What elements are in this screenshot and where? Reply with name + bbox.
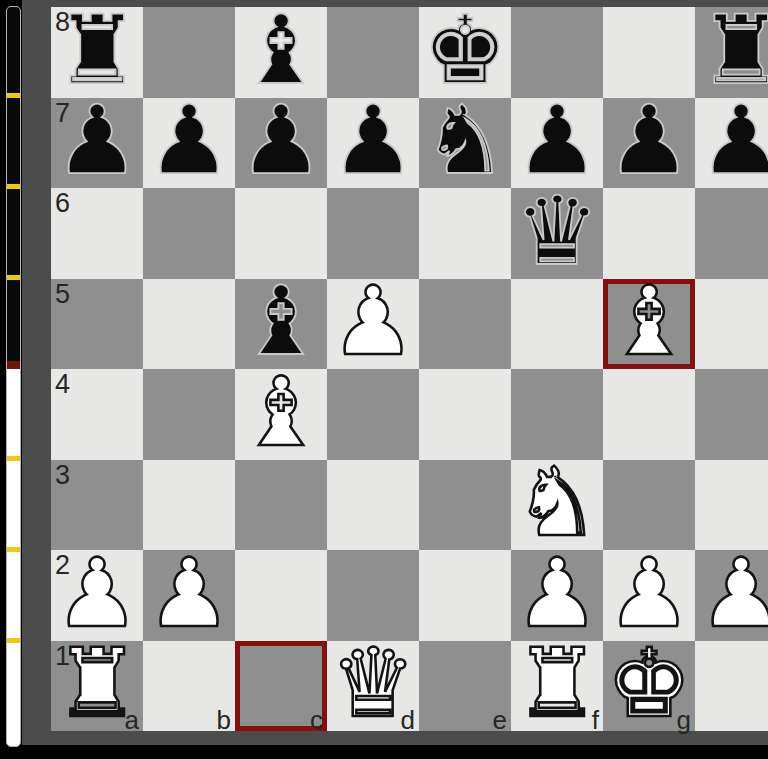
square-a1[interactable]: 1a♜ [51,641,143,732]
piece-white-pawn[interactable]: ♟ [511,550,603,641]
square-d6[interactable] [327,188,419,279]
square-h2[interactable]: ♟ [695,550,768,641]
piece-white-pawn[interactable]: ♟ [327,279,419,370]
rank-label-5: 5 [55,279,70,309]
piece-black-pawn[interactable]: ♟ [603,98,695,189]
piece-white-rook[interactable]: ♜ [511,641,603,732]
piece-black-pawn[interactable]: ♟ [143,98,235,189]
square-e5[interactable] [419,279,511,370]
square-e3[interactable] [419,460,511,551]
eval-tick [7,456,20,461]
square-a6[interactable]: 6 [51,188,143,279]
square-a4[interactable]: 4 [51,369,143,460]
eval-tick [7,638,20,643]
square-e7[interactable]: ♞ [419,98,511,189]
eval-tick [7,275,20,280]
square-e2[interactable] [419,550,511,641]
file-label-c: c [310,706,323,734]
piece-white-rook[interactable]: ♜ [51,641,143,732]
square-f5[interactable] [511,279,603,370]
square-f8[interactable] [511,7,603,98]
square-c2[interactable] [235,550,327,641]
piece-white-king[interactable]: ♚ [603,641,695,732]
piece-black-bishop[interactable]: ♝ [235,7,327,98]
square-g6[interactable] [603,188,695,279]
piece-white-pawn[interactable]: ♟ [603,550,695,641]
rank-label-4: 4 [55,369,70,399]
square-d3[interactable] [327,460,419,551]
evaluation-bar [6,6,21,747]
square-g1[interactable]: g♚ [603,641,695,732]
square-a5[interactable]: 5 [51,279,143,370]
piece-black-king[interactable]: ♚ [419,7,511,98]
square-h1[interactable]: h [695,641,768,732]
square-e1[interactable]: e [419,641,511,732]
piece-black-queen[interactable]: ♛ [511,188,603,279]
square-c7[interactable]: ♟ [235,98,327,189]
piece-black-knight[interactable]: ♞ [419,98,511,189]
square-h3[interactable] [695,460,768,551]
square-c4[interactable]: ♝ [235,369,327,460]
piece-white-bishop[interactable]: ♝ [235,369,327,460]
piece-black-rook[interactable]: ♜ [695,7,768,98]
square-c6[interactable] [235,188,327,279]
square-f1[interactable]: f♜ [511,641,603,732]
square-g4[interactable] [603,369,695,460]
square-a8[interactable]: 8♜ [51,7,143,98]
square-h7[interactable]: ♟ [695,98,768,189]
eval-tick [7,184,20,189]
square-b1[interactable]: b [143,641,235,732]
square-d2[interactable] [327,550,419,641]
square-h4[interactable] [695,369,768,460]
square-g7[interactable]: ♟ [603,98,695,189]
square-d1[interactable]: d♛ [327,641,419,732]
square-a3[interactable]: 3 [51,460,143,551]
square-e8[interactable]: ♚ [419,7,511,98]
square-f3[interactable]: ♞ [511,460,603,551]
piece-white-pawn[interactable]: ♟ [143,550,235,641]
piece-white-queen[interactable]: ♛ [327,641,419,732]
square-b6[interactable] [143,188,235,279]
eval-tick [7,93,20,98]
square-b4[interactable] [143,369,235,460]
piece-white-pawn[interactable]: ♟ [51,550,143,641]
square-h8[interactable]: ♜ [695,7,768,98]
square-f7[interactable]: ♟ [511,98,603,189]
rank-label-6: 6 [55,188,70,218]
piece-white-knight[interactable]: ♞ [511,460,603,551]
square-d8[interactable] [327,7,419,98]
square-c5[interactable]: ♝ [235,279,327,370]
square-d4[interactable] [327,369,419,460]
file-label-e: e [493,706,507,734]
piece-black-bishop[interactable]: ♝ [235,279,327,370]
square-b5[interactable] [143,279,235,370]
square-f6[interactable]: ♛ [511,188,603,279]
square-g2[interactable]: ♟ [603,550,695,641]
piece-black-rook[interactable]: ♜ [51,7,143,98]
piece-black-pawn[interactable]: ♟ [327,98,419,189]
square-g8[interactable] [603,7,695,98]
piece-black-pawn[interactable]: ♟ [51,98,143,189]
square-e6[interactable] [419,188,511,279]
square-c8[interactable]: ♝ [235,7,327,98]
square-f4[interactable] [511,369,603,460]
piece-white-pawn[interactable]: ♟ [695,550,768,641]
square-h6[interactable] [695,188,768,279]
file-label-b: b [217,706,231,734]
square-c3[interactable] [235,460,327,551]
square-b7[interactable]: ♟ [143,98,235,189]
square-d5[interactable]: ♟ [327,279,419,370]
rank-label-3: 3 [55,460,70,490]
square-a7[interactable]: 7♟ [51,98,143,189]
chess-board: 8♜♝♚♜7♟♟♟♟♞♟♟♟6♛5♝♟♝4♝3♞2♟♟♟♟♟1a♜bcd♛ef♜… [51,7,768,731]
piece-black-pawn[interactable]: ♟ [235,98,327,189]
piece-black-pawn[interactable]: ♟ [511,98,603,189]
square-c1[interactable]: c [235,641,327,732]
app-root: 8♜♝♚♜7♟♟♟♟♞♟♟♟6♛5♝♟♝4♝3♞2♟♟♟♟♟1a♜bcd♛ef♜… [0,0,768,759]
square-b8[interactable] [143,7,235,98]
square-g5[interactable]: ♝ [603,279,695,370]
square-f2[interactable]: ♟ [511,550,603,641]
square-h5[interactable] [695,279,768,370]
eval-tick [7,547,20,552]
square-b3[interactable] [143,460,235,551]
piece-black-pawn[interactable]: ♟ [695,98,768,189]
square-b2[interactable]: ♟ [143,550,235,641]
board-frame: 8♜♝♚♜7♟♟♟♟♞♟♟♟6♛5♝♟♝4♝3♞2♟♟♟♟♟1a♜bcd♛ef♜… [22,0,768,745]
square-e4[interactable] [419,369,511,460]
square-a2[interactable]: 2♟ [51,550,143,641]
evaluation-bar-separator [7,361,20,369]
piece-white-bishop[interactable]: ♝ [603,279,695,370]
square-d7[interactable]: ♟ [327,98,419,189]
square-g3[interactable] [603,460,695,551]
